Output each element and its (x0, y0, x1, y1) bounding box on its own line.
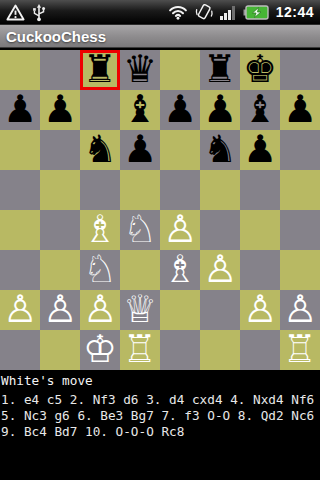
piece-white-bishop: ♗ (163, 250, 197, 289)
piece-black-pawn: ♟ (283, 90, 317, 129)
piece-black-king: ♚ (243, 50, 277, 89)
square-h4[interactable] (280, 210, 320, 250)
square-d3[interactable] (120, 250, 160, 290)
square-b6[interactable] (40, 130, 80, 170)
warning-icon (6, 4, 25, 21)
square-g2[interactable]: ♙ (240, 290, 280, 330)
piece-white-rook: ♖ (123, 330, 157, 369)
square-b4[interactable] (40, 210, 80, 250)
square-c2[interactable]: ♙ (80, 290, 120, 330)
title-bar: CuckooChess (0, 25, 320, 48)
square-c1[interactable]: ♔ (80, 330, 120, 370)
square-c4[interactable]: ♗ (80, 210, 120, 250)
piece-white-pawn: ♙ (3, 290, 37, 329)
piece-white-pawn: ♙ (203, 250, 237, 289)
piece-black-knight: ♞ (203, 130, 237, 169)
square-g4[interactable] (240, 210, 280, 250)
square-f3[interactable]: ♙ (200, 250, 240, 290)
status-bar: 12:44 (0, 0, 320, 25)
piece-white-knight: ♘ (123, 210, 157, 249)
move-line: 9. Bc4 Bd7 10. O-O-O Rc8 (1, 424, 319, 440)
square-g7[interactable]: ♝ (240, 90, 280, 130)
piece-white-pawn: ♙ (163, 210, 197, 249)
square-e7[interactable]: ♟ (160, 90, 200, 130)
move-line: 1. e4 c5 2. Nf3 d6 3. d4 cxd4 4. Nxd4 Nf… (1, 392, 319, 408)
piece-black-bishop: ♝ (243, 90, 277, 129)
square-g6[interactable]: ♟ (240, 130, 280, 170)
square-d8[interactable]: ♛ (120, 50, 160, 90)
piece-black-pawn: ♟ (163, 90, 197, 129)
square-a5[interactable] (0, 170, 40, 210)
square-b3[interactable] (40, 250, 80, 290)
square-f2[interactable] (200, 290, 240, 330)
square-h7[interactable]: ♟ (280, 90, 320, 130)
square-a3[interactable] (0, 250, 40, 290)
status-clock: 12:44 (276, 4, 314, 20)
square-c7[interactable] (80, 90, 120, 130)
square-h5[interactable] (280, 170, 320, 210)
square-g3[interactable] (240, 250, 280, 290)
square-d5[interactable] (120, 170, 160, 210)
square-g1[interactable] (240, 330, 280, 370)
square-b7[interactable]: ♟ (40, 90, 80, 130)
piece-white-bishop: ♗ (83, 210, 117, 249)
game-panel: White's move 1. e4 c5 2. Nf3 d6 3. d4 cx… (0, 370, 320, 440)
square-f8[interactable]: ♜ (200, 50, 240, 90)
battery-charging-icon (243, 5, 269, 20)
vibrate-icon (194, 3, 214, 21)
piece-black-rook: ♜ (203, 50, 237, 89)
square-g8[interactable]: ♚ (240, 50, 280, 90)
piece-black-queen: ♛ (123, 50, 157, 89)
square-d4[interactable]: ♘ (120, 210, 160, 250)
square-f6[interactable]: ♞ (200, 130, 240, 170)
square-a6[interactable] (0, 130, 40, 170)
square-e5[interactable] (160, 170, 200, 210)
piece-white-queen: ♕ (123, 290, 157, 329)
piece-white-pawn: ♙ (83, 290, 117, 329)
app-title: CuckooChess (6, 28, 106, 45)
square-h2[interactable]: ♙ (280, 290, 320, 330)
square-h8[interactable] (280, 50, 320, 90)
square-e6[interactable] (160, 130, 200, 170)
piece-black-knight: ♞ (83, 130, 117, 169)
square-a1[interactable] (0, 330, 40, 370)
square-f4[interactable] (200, 210, 240, 250)
piece-white-knight: ♘ (83, 250, 117, 289)
move-line: 5. Nc3 g6 6. Be3 Bg7 7. f3 O-O 8. Qd2 Nc… (1, 408, 319, 424)
square-c6[interactable]: ♞ (80, 130, 120, 170)
square-b8[interactable] (40, 50, 80, 90)
square-f5[interactable] (200, 170, 240, 210)
app-root: 12:44 CuckooChess ♜♛♜♚♟♟♝♟♟♝♟♞♟♞♟♗♘♙♘♗♙♙… (0, 0, 320, 480)
square-a7[interactable]: ♟ (0, 90, 40, 130)
square-e1[interactable] (160, 330, 200, 370)
square-e4[interactable]: ♙ (160, 210, 200, 250)
piece-white-pawn: ♙ (243, 290, 277, 329)
square-d1[interactable]: ♖ (120, 330, 160, 370)
piece-black-pawn: ♟ (123, 130, 157, 169)
square-a4[interactable] (0, 210, 40, 250)
square-c3[interactable]: ♘ (80, 250, 120, 290)
piece-black-bishop: ♝ (123, 90, 157, 129)
square-c8[interactable]: ♜ (80, 50, 120, 90)
square-c5[interactable] (80, 170, 120, 210)
square-g5[interactable] (240, 170, 280, 210)
piece-white-pawn: ♙ (43, 290, 77, 329)
piece-white-pawn: ♙ (283, 290, 317, 329)
piece-black-pawn: ♟ (3, 90, 37, 129)
square-f7[interactable]: ♟ (200, 90, 240, 130)
piece-black-rook: ♜ (83, 50, 117, 89)
square-d2[interactable]: ♕ (120, 290, 160, 330)
move-status-text: White's move (1, 373, 319, 389)
piece-white-rook: ♖ (283, 330, 317, 369)
square-b5[interactable] (40, 170, 80, 210)
wifi-icon (168, 4, 188, 20)
square-e8[interactable] (160, 50, 200, 90)
square-h1[interactable]: ♖ (280, 330, 320, 370)
piece-black-pawn: ♟ (243, 130, 277, 169)
square-a2[interactable]: ♙ (0, 290, 40, 330)
square-e3[interactable]: ♗ (160, 250, 200, 290)
square-d6[interactable]: ♟ (120, 130, 160, 170)
chess-board: ♜♛♜♚♟♟♝♟♟♝♟♞♟♞♟♗♘♙♘♗♙♙♙♙♕♙♙♔♖♖ (0, 50, 320, 370)
square-b1[interactable] (40, 330, 80, 370)
usb-icon (31, 3, 47, 22)
move-list: 1. e4 c5 2. Nf3 d6 3. d4 cxd4 4. Nxd4 Nf… (1, 392, 319, 440)
square-e2[interactable] (160, 290, 200, 330)
square-h6[interactable] (280, 130, 320, 170)
piece-black-pawn: ♟ (43, 90, 77, 129)
square-f1[interactable] (200, 330, 240, 370)
square-b2[interactable]: ♙ (40, 290, 80, 330)
signal-strength-icon (220, 5, 237, 20)
piece-white-king: ♔ (83, 330, 117, 369)
square-d7[interactable]: ♝ (120, 90, 160, 130)
square-a8[interactable] (0, 50, 40, 90)
piece-black-pawn: ♟ (203, 90, 237, 129)
square-h3[interactable] (280, 250, 320, 290)
